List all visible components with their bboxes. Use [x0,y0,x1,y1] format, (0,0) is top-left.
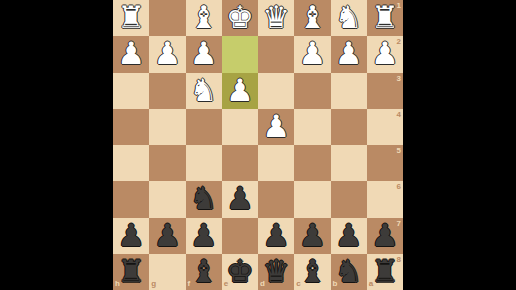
rank-label-4: 4 [397,111,401,119]
black-queen-d8[interactable]: ♛ [262,254,290,289]
square-d6[interactable] [258,181,294,217]
square-d3[interactable] [258,73,294,109]
square-c6[interactable] [294,181,330,217]
square-f4[interactable] [186,109,222,145]
black-bishop-c8[interactable]: ♝ [298,254,326,289]
square-b7[interactable]: ♟ [331,218,367,254]
white-bishop-f1[interactable]: ♝ [190,0,218,35]
square-e1[interactable]: ♚ [222,0,258,36]
white-knight-b1[interactable]: ♞ [335,0,363,35]
square-d4[interactable]: ♟ [258,109,294,145]
letterbox-left [0,0,113,290]
white-pawn-a2[interactable]: ♟ [371,36,399,71]
square-c2[interactable]: ♟ [294,36,330,72]
square-g3[interactable] [149,73,185,109]
square-h8[interactable]: ♜h [113,254,149,290]
white-rook-a1[interactable]: ♜ [371,0,399,35]
white-pawn-e3[interactable]: ♟ [226,73,254,108]
square-f2[interactable]: ♟ [186,36,222,72]
white-pawn-h2[interactable]: ♟ [117,36,145,71]
square-f7[interactable]: ♟ [186,218,222,254]
white-pawn-g2[interactable]: ♟ [153,36,181,71]
square-d5[interactable] [258,145,294,181]
square-e6[interactable]: ♟ [222,181,258,217]
square-h6[interactable] [113,181,149,217]
rank-label-3: 3 [397,75,401,83]
square-b3[interactable] [331,73,367,109]
square-b6[interactable] [331,181,367,217]
square-g5[interactable] [149,145,185,181]
white-knight-f3[interactable]: ♞ [190,73,218,108]
black-pawn-b7[interactable]: ♟ [335,218,363,253]
square-c4[interactable] [294,109,330,145]
square-e8[interactable]: ♚e [222,254,258,290]
square-a6[interactable]: 6 [367,181,403,217]
white-king-e1[interactable]: ♚ [226,0,254,35]
square-a4[interactable]: 4 [367,109,403,145]
black-rook-h8[interactable]: ♜ [117,254,145,289]
chess-board: ♜♝♚♛♝♞♜1♟♟♟♟♟♟2♞♟3♟45♞♟6♟♟♟♟♟♟♟7♜hg♝f♚e♛… [113,0,403,290]
white-rook-h1[interactable]: ♜ [117,0,145,35]
black-pawn-c7[interactable]: ♟ [298,218,326,253]
square-f8[interactable]: ♝f [186,254,222,290]
square-f1[interactable]: ♝ [186,0,222,36]
square-f3[interactable]: ♞ [186,73,222,109]
square-a3[interactable]: 3 [367,73,403,109]
square-c7[interactable]: ♟ [294,218,330,254]
white-pawn-b2[interactable]: ♟ [335,36,363,71]
square-h1[interactable]: ♜ [113,0,149,36]
square-g7[interactable]: ♟ [149,218,185,254]
square-a5[interactable]: 5 [367,145,403,181]
black-pawn-e6[interactable]: ♟ [226,181,254,216]
square-h3[interactable] [113,73,149,109]
black-pawn-h7[interactable]: ♟ [117,218,145,253]
white-pawn-c2[interactable]: ♟ [298,36,326,71]
square-g8[interactable]: g [149,254,185,290]
square-e2[interactable] [222,36,258,72]
square-e3[interactable]: ♟ [222,73,258,109]
square-f6[interactable]: ♞ [186,181,222,217]
white-bishop-c1[interactable]: ♝ [298,0,326,35]
square-g2[interactable]: ♟ [149,36,185,72]
square-b2[interactable]: ♟ [331,36,367,72]
square-d7[interactable]: ♟ [258,218,294,254]
chess-app-viewport: ♜♝♚♛♝♞♜1♟♟♟♟♟♟2♞♟3♟45♞♟6♟♟♟♟♟♟♟7♜hg♝f♚e♛… [0,0,516,290]
square-e7[interactable] [222,218,258,254]
square-c3[interactable] [294,73,330,109]
square-f5[interactable] [186,145,222,181]
square-h5[interactable] [113,145,149,181]
square-h4[interactable] [113,109,149,145]
square-d1[interactable]: ♛ [258,0,294,36]
white-pawn-f2[interactable]: ♟ [190,36,218,71]
square-a2[interactable]: ♟2 [367,36,403,72]
square-c5[interactable] [294,145,330,181]
square-h7[interactable]: ♟ [113,218,149,254]
letterbox-right [403,0,516,290]
black-bishop-f8[interactable]: ♝ [190,254,218,289]
square-c8[interactable]: ♝c [294,254,330,290]
black-pawn-d7[interactable]: ♟ [262,218,290,253]
square-b5[interactable] [331,145,367,181]
black-pawn-a7[interactable]: ♟ [371,218,399,253]
white-queen-d1[interactable]: ♛ [262,0,290,35]
square-a1[interactable]: ♜1 [367,0,403,36]
rank-label-6: 6 [397,183,401,191]
black-rook-a8[interactable]: ♜ [371,254,399,289]
square-b4[interactable] [331,109,367,145]
black-pawn-g7[interactable]: ♟ [153,218,181,253]
black-knight-b8[interactable]: ♞ [335,254,363,289]
square-b1[interactable]: ♞ [331,0,367,36]
square-g6[interactable] [149,181,185,217]
square-b8[interactable]: ♞b [331,254,367,290]
square-h2[interactable]: ♟ [113,36,149,72]
file-label-g: g [151,280,156,288]
square-e4[interactable] [222,109,258,145]
square-e5[interactable] [222,145,258,181]
white-pawn-d4[interactable]: ♟ [262,109,290,144]
square-a8[interactable]: ♜8a [367,254,403,290]
black-knight-f6[interactable]: ♞ [190,181,218,216]
square-d2[interactable] [258,36,294,72]
black-pawn-f7[interactable]: ♟ [190,218,218,253]
rank-label-5: 5 [397,147,401,155]
square-g1[interactable] [149,0,185,36]
black-king-e8[interactable]: ♚ [226,254,254,289]
square-g4[interactable] [149,109,185,145]
square-d8[interactable]: ♛d [258,254,294,290]
square-c1[interactable]: ♝ [294,0,330,36]
square-a7[interactable]: ♟7 [367,218,403,254]
